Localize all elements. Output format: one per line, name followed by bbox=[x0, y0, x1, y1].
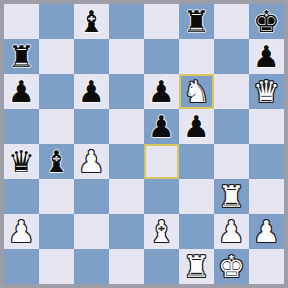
square-h7[interactable]: ♟ bbox=[249, 39, 284, 74]
square-d6[interactable] bbox=[109, 74, 144, 109]
square-c6[interactable]: ♟ bbox=[74, 74, 109, 109]
square-e4[interactable] bbox=[144, 144, 179, 179]
square-b6[interactable] bbox=[39, 74, 74, 109]
square-a4[interactable]: ♛ bbox=[4, 144, 39, 179]
square-c8[interactable]: ♝ bbox=[74, 4, 109, 39]
square-a7[interactable]: ♜ bbox=[4, 39, 39, 74]
black-rook[interactable]: ♜ bbox=[8, 39, 35, 74]
black-pawn[interactable]: ♟ bbox=[183, 109, 210, 144]
square-e3[interactable] bbox=[144, 179, 179, 214]
black-queen[interactable]: ♛ bbox=[8, 144, 35, 179]
square-g3[interactable]: ♜ bbox=[214, 179, 249, 214]
square-b1[interactable] bbox=[39, 249, 74, 284]
square-d3[interactable] bbox=[109, 179, 144, 214]
square-h8[interactable]: ♚ bbox=[249, 4, 284, 39]
square-f4[interactable] bbox=[179, 144, 214, 179]
white-pawn[interactable]: ♟ bbox=[253, 214, 280, 249]
square-b7[interactable] bbox=[39, 39, 74, 74]
square-h1[interactable] bbox=[249, 249, 284, 284]
square-f5[interactable]: ♟ bbox=[179, 109, 214, 144]
square-f6[interactable]: ♞ bbox=[179, 74, 214, 109]
white-queen[interactable]: ♛ bbox=[253, 74, 280, 109]
square-g1[interactable]: ♚ bbox=[214, 249, 249, 284]
white-rook[interactable]: ♜ bbox=[218, 179, 245, 214]
square-c1[interactable] bbox=[74, 249, 109, 284]
square-a6[interactable]: ♟ bbox=[4, 74, 39, 109]
square-g4[interactable] bbox=[214, 144, 249, 179]
chess-board: ♝♜♚♜♟♟♟♟♞♛♟♟♛♝♟♜♟♝♟♟♜♚ bbox=[4, 4, 284, 284]
square-a5[interactable] bbox=[4, 109, 39, 144]
square-g8[interactable] bbox=[214, 4, 249, 39]
square-e1[interactable] bbox=[144, 249, 179, 284]
black-pawn[interactable]: ♟ bbox=[253, 39, 280, 74]
square-h6[interactable]: ♛ bbox=[249, 74, 284, 109]
white-king[interactable]: ♚ bbox=[218, 249, 245, 284]
square-h2[interactable]: ♟ bbox=[249, 214, 284, 249]
square-g5[interactable] bbox=[214, 109, 249, 144]
square-b3[interactable] bbox=[39, 179, 74, 214]
square-a3[interactable] bbox=[4, 179, 39, 214]
square-a1[interactable] bbox=[4, 249, 39, 284]
square-f7[interactable] bbox=[179, 39, 214, 74]
square-a8[interactable] bbox=[4, 4, 39, 39]
chess-board-frame: ♝♜♚♜♟♟♟♟♞♛♟♟♛♝♟♜♟♝♟♟♜♚ bbox=[0, 0, 288, 288]
square-c7[interactable] bbox=[74, 39, 109, 74]
square-f8[interactable]: ♜ bbox=[179, 4, 214, 39]
white-pawn[interactable]: ♟ bbox=[218, 214, 245, 249]
square-c4[interactable]: ♟ bbox=[74, 144, 109, 179]
square-e2[interactable]: ♝ bbox=[144, 214, 179, 249]
square-c2[interactable] bbox=[74, 214, 109, 249]
square-c3[interactable] bbox=[74, 179, 109, 214]
square-b2[interactable] bbox=[39, 214, 74, 249]
black-rook[interactable]: ♜ bbox=[183, 4, 210, 39]
black-pawn[interactable]: ♟ bbox=[8, 74, 35, 109]
square-f1[interactable]: ♜ bbox=[179, 249, 214, 284]
square-d1[interactable] bbox=[109, 249, 144, 284]
white-rook[interactable]: ♜ bbox=[183, 249, 210, 284]
black-pawn[interactable]: ♟ bbox=[78, 74, 105, 109]
square-d7[interactable] bbox=[109, 39, 144, 74]
square-e5[interactable]: ♟ bbox=[144, 109, 179, 144]
black-bishop[interactable]: ♝ bbox=[43, 144, 70, 179]
square-g6[interactable] bbox=[214, 74, 249, 109]
black-bishop[interactable]: ♝ bbox=[78, 4, 105, 39]
square-g7[interactable] bbox=[214, 39, 249, 74]
square-h4[interactable] bbox=[249, 144, 284, 179]
square-d8[interactable] bbox=[109, 4, 144, 39]
square-e8[interactable] bbox=[144, 4, 179, 39]
square-e7[interactable] bbox=[144, 39, 179, 74]
white-knight[interactable]: ♞ bbox=[183, 74, 210, 109]
square-b5[interactable] bbox=[39, 109, 74, 144]
square-h5[interactable] bbox=[249, 109, 284, 144]
black-king[interactable]: ♚ bbox=[253, 4, 280, 39]
square-d5[interactable] bbox=[109, 109, 144, 144]
square-a2[interactable]: ♟ bbox=[4, 214, 39, 249]
square-b4[interactable]: ♝ bbox=[39, 144, 74, 179]
square-g2[interactable]: ♟ bbox=[214, 214, 249, 249]
square-h3[interactable] bbox=[249, 179, 284, 214]
black-pawn[interactable]: ♟ bbox=[148, 109, 175, 144]
square-c5[interactable] bbox=[74, 109, 109, 144]
square-b8[interactable] bbox=[39, 4, 74, 39]
white-pawn[interactable]: ♟ bbox=[8, 214, 35, 249]
square-f2[interactable] bbox=[179, 214, 214, 249]
square-f3[interactable] bbox=[179, 179, 214, 214]
white-pawn[interactable]: ♟ bbox=[78, 144, 105, 179]
white-bishop[interactable]: ♝ bbox=[148, 214, 175, 249]
square-e6[interactable]: ♟ bbox=[144, 74, 179, 109]
square-d2[interactable] bbox=[109, 214, 144, 249]
square-d4[interactable] bbox=[109, 144, 144, 179]
black-pawn[interactable]: ♟ bbox=[148, 74, 175, 109]
